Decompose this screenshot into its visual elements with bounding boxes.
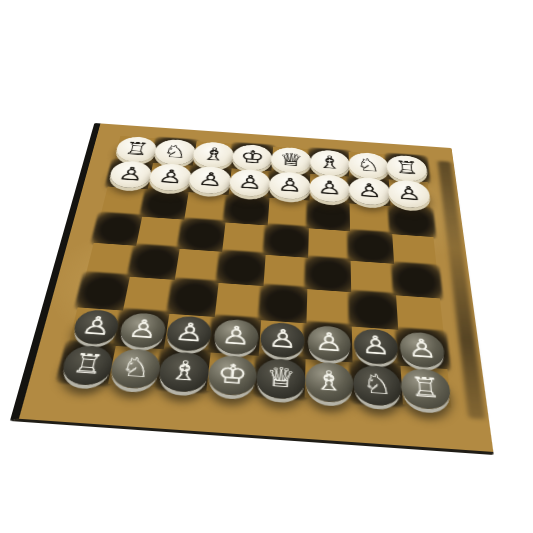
board-squares: ♖♘♗♔♕♗♘♖♙♙♙♙♙♙♙♙♙♙♙♙♙♙♙♙♖♘♗♔♕♗♘♖ — [59, 136, 451, 408]
black-pawn-glyph: ♙ — [79, 313, 113, 340]
black-pawn-glyph: ♙ — [407, 336, 438, 363]
square-f4[interactable] — [179, 219, 225, 251]
photo-canvas: ♖♘♗♔♕♗♘♖♙♙♙♙♙♙♙♙♙♙♙♙♙♙♙♙♖♘♗♔♕♗♘♖ — [0, 0, 533, 533]
black-king-glyph: ♔ — [216, 360, 248, 389]
white-pawn-glyph: ♙ — [116, 164, 145, 184]
square-h2[interactable]: ♙ — [108, 160, 154, 189]
black-rook-glyph: ♖ — [70, 350, 106, 379]
white-pawn-glyph: ♙ — [277, 175, 303, 195]
black-rook-glyph: ♖ — [410, 374, 442, 403]
square-e5[interactable] — [219, 252, 265, 286]
piece-black-queen[interactable]: ♕ — [255, 358, 305, 400]
square-e3[interactable] — [226, 195, 269, 226]
square-a5[interactable] — [394, 264, 440, 299]
square-b4[interactable] — [350, 231, 393, 264]
square-h6[interactable] — [78, 274, 130, 310]
square-a1[interactable]: ♖ — [387, 155, 428, 183]
square-d4[interactable] — [265, 225, 309, 258]
black-knight-glyph: ♘ — [362, 370, 393, 399]
square-c8[interactable]: ♗ — [304, 359, 353, 401]
square-b2[interactable]: ♙ — [349, 177, 390, 206]
square-a3[interactable] — [390, 206, 433, 237]
black-pawn-glyph: ♙ — [173, 319, 205, 346]
black-bishop-glyph: ♗ — [314, 367, 344, 396]
square-g1[interactable]: ♘ — [153, 139, 196, 166]
chess-board: ♖♘♗♔♕♗♘♖♙♙♙♙♙♙♙♙♙♙♙♙♙♙♙♙♖♘♗♔♕♗♘♖ — [10, 123, 494, 455]
piece-black-pawn[interactable]: ♙ — [399, 331, 446, 368]
white-pawn-glyph: ♙ — [396, 184, 422, 204]
piece-white-rook[interactable]: ♖ — [386, 154, 428, 183]
piece-black-knight[interactable]: ♘ — [353, 364, 403, 406]
black-pawn-glyph: ♙ — [315, 329, 344, 356]
square-e7[interactable]: ♙ — [211, 317, 261, 356]
square-b6[interactable] — [351, 292, 397, 329]
white-pawn-glyph: ♙ — [197, 170, 224, 190]
black-pawn-glyph: ♙ — [220, 323, 251, 350]
white-knight-glyph: ♘ — [356, 156, 381, 175]
square-c5[interactable] — [307, 258, 351, 293]
square-e1[interactable]: ♔ — [232, 144, 273, 171]
black-queen-glyph: ♕ — [265, 364, 296, 393]
white-queen-glyph: ♕ — [279, 150, 304, 169]
piece-black-bishop[interactable]: ♗ — [157, 351, 210, 393]
square-d8[interactable]: ♕ — [255, 356, 305, 398]
piece-black-pawn[interactable]: ♙ — [118, 312, 168, 349]
piece-white-pawn[interactable]: ♙ — [268, 171, 310, 201]
black-bishop-glyph: ♗ — [167, 357, 201, 386]
square-c7[interactable]: ♙ — [305, 323, 352, 362]
black-pawn-glyph: ♙ — [267, 326, 297, 353]
square-f8[interactable]: ♗ — [157, 349, 210, 391]
piece-white-king[interactable]: ♔ — [231, 143, 273, 171]
white-pawn-glyph: ♙ — [317, 178, 342, 198]
white-king-glyph: ♔ — [240, 148, 266, 167]
white-rook-glyph: ♖ — [123, 140, 151, 159]
square-g5[interactable] — [130, 246, 179, 280]
square-g7[interactable]: ♙ — [116, 310, 169, 349]
square-d2[interactable]: ♙ — [269, 171, 310, 200]
white-pawn-glyph: ♙ — [357, 181, 382, 201]
piece-white-pawn[interactable]: ♙ — [188, 165, 233, 195]
piece-black-rook[interactable]: ♖ — [400, 368, 452, 410]
piece-black-pawn[interactable]: ♙ — [307, 325, 351, 362]
square-d6[interactable] — [261, 286, 308, 323]
piece-black-king[interactable]: ♔ — [206, 355, 258, 397]
square-h4[interactable] — [94, 214, 143, 246]
black-knight-glyph: ♘ — [119, 354, 154, 383]
square-a8[interactable]: ♖ — [400, 366, 451, 408]
square-c1[interactable]: ♗ — [310, 149, 349, 177]
white-bishop-glyph: ♗ — [201, 145, 227, 164]
square-a7[interactable]: ♙ — [398, 329, 448, 369]
square-f2[interactable]: ♙ — [188, 166, 231, 195]
board-perspective-wrapper: ♖♘♗♔♕♗♘♖♙♙♙♙♙♙♙♙♙♙♙♙♙♙♙♙♖♘♗♔♕♗♘♖ — [44, 44, 484, 484]
black-pawn-glyph: ♙ — [361, 332, 391, 359]
white-pawn-glyph: ♙ — [237, 173, 263, 193]
piece-white-bishop[interactable]: ♗ — [310, 149, 350, 177]
piece-black-bishop[interactable]: ♗ — [304, 361, 353, 403]
square-f6[interactable] — [169, 280, 219, 317]
piece-black-pawn[interactable]: ♙ — [212, 318, 259, 355]
black-pawn-glyph: ♙ — [126, 316, 159, 343]
piece-white-pawn[interactable]: ♙ — [107, 160, 154, 190]
square-g3[interactable] — [143, 189, 189, 219]
white-pawn-glyph: ♙ — [157, 167, 185, 187]
square-e8[interactable]: ♔ — [206, 352, 258, 394]
piece-black-rook[interactable]: ♖ — [59, 345, 116, 387]
square-b8[interactable]: ♘ — [353, 362, 403, 404]
white-rook-glyph: ♖ — [394, 158, 419, 177]
piece-white-pawn[interactable]: ♙ — [349, 176, 391, 206]
white-bishop-glyph: ♗ — [318, 153, 342, 172]
piece-white-knight[interactable]: ♘ — [153, 138, 197, 166]
square-c3[interactable] — [309, 200, 351, 231]
white-knight-glyph: ♘ — [162, 142, 189, 161]
square-h8[interactable]: ♖ — [59, 342, 116, 383]
